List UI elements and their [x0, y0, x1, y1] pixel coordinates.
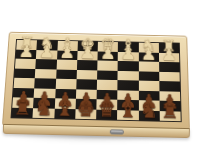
- square-d8: ♛: [96, 109, 117, 120]
- piece-white-knight: ♞: [39, 35, 55, 51]
- square-g1: ♞: [37, 40, 58, 50]
- square-a7: ♟: [159, 101, 180, 111]
- square-d3: [97, 60, 118, 70]
- square-b2: ♟: [138, 52, 158, 62]
- square-d5: [97, 80, 118, 90]
- square-c2: ♟: [118, 51, 138, 61]
- square-f2: ♟: [57, 50, 78, 60]
- piece-white-king: ♚: [80, 36, 96, 52]
- square-f3: [56, 60, 77, 70]
- square-g6: [34, 88, 55, 98]
- square-e8: ♚: [75, 109, 96, 120]
- square-b7: ♟: [138, 100, 159, 110]
- square-a8: ♜: [159, 111, 180, 122]
- box-latch: [110, 129, 124, 134]
- square-a6: [159, 91, 180, 101]
- square-b3: [138, 61, 159, 71]
- square-g3: [36, 59, 57, 69]
- square-f1: ♝: [57, 41, 78, 51]
- square-h7: ♟: [12, 97, 34, 107]
- square-a1: ♜: [159, 43, 179, 53]
- square-h8: ♜: [12, 107, 34, 118]
- piece-white-rook: ♜: [161, 37, 177, 53]
- square-b4: [138, 71, 159, 81]
- square-f4: [56, 69, 77, 79]
- square-f6: [55, 88, 76, 98]
- chess-box: ♜♞♝♚♛♝♞♜♟♟♟♟♟♟♟♟♟♟♟♟♟♟♟♟♜♞♝♚♛♝♞♜: [2, 24, 192, 139]
- piece-white-bishop: ♝: [59, 35, 75, 51]
- square-g4: [35, 69, 56, 79]
- square-g8: ♞: [33, 108, 55, 119]
- square-e2: ♟: [77, 51, 98, 61]
- square-c5: [118, 80, 139, 90]
- square-d7: ♟: [96, 99, 117, 109]
- piece-white-bishop: ♝: [120, 36, 135, 52]
- square-b5: [138, 81, 159, 91]
- square-c7: ♟: [117, 100, 138, 110]
- square-c4: [118, 70, 139, 80]
- square-h1: ♜: [16, 40, 37, 50]
- square-h5: [14, 78, 35, 88]
- square-g5: [34, 78, 55, 88]
- square-g7: ♟: [33, 98, 54, 108]
- square-a2: ♟: [159, 52, 180, 62]
- square-g2: ♟: [36, 50, 57, 60]
- square-f7: ♟: [54, 98, 75, 108]
- square-e7: ♟: [75, 99, 96, 109]
- square-b6: [138, 90, 159, 100]
- square-a5: [159, 81, 180, 91]
- square-d4: [97, 70, 118, 80]
- piece-white-queen: ♛: [100, 36, 116, 52]
- board-grid: ♜♞♝♚♛♝♞♜♟♟♟♟♟♟♟♟♟♟♟♟♟♟♟♟♜♞♝♚♛♝♞♜: [11, 39, 182, 122]
- square-c6: [118, 90, 139, 100]
- square-h3: [15, 59, 36, 69]
- square-c3: [118, 61, 139, 71]
- square-e1: ♚: [77, 41, 98, 51]
- square-h6: [13, 87, 34, 97]
- square-a3: [159, 62, 180, 72]
- square-d1: ♛: [98, 42, 118, 52]
- square-f5: [55, 79, 76, 89]
- square-a4: [159, 71, 180, 81]
- square-b8: ♞: [138, 110, 159, 121]
- square-f8: ♝: [54, 108, 75, 119]
- piece-white-knight: ♞: [141, 37, 156, 53]
- square-e5: [76, 79, 97, 89]
- product-photo: ♜♞♝♚♛♝♞♜♟♟♟♟♟♟♟♟♟♟♟♟♟♟♟♟♜♞♝♚♛♝♞♜: [0, 0, 200, 159]
- square-d6: [97, 89, 118, 99]
- square-c8: ♝: [117, 110, 138, 121]
- square-e3: [77, 60, 98, 70]
- chess-board: ♜♞♝♚♛♝♞♜♟♟♟♟♟♟♟♟♟♟♟♟♟♟♟♟♜♞♝♚♛♝♞♜: [2, 32, 190, 130]
- square-e6: [76, 89, 97, 99]
- square-e4: [76, 70, 97, 80]
- square-b1: ♞: [138, 43, 158, 53]
- square-h2: ♟: [16, 49, 37, 59]
- piece-white-rook: ♜: [19, 34, 35, 50]
- square-d2: ♟: [97, 51, 118, 61]
- square-c1: ♝: [118, 42, 138, 52]
- square-h4: [14, 68, 35, 78]
